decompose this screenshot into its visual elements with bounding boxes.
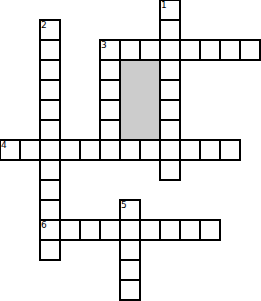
clue-number-5: 5 — [121, 200, 127, 210]
cell-r11c5[interactable] — [99, 219, 121, 241]
cell-r12c6[interactable] — [119, 239, 141, 261]
cell-r2c6[interactable] — [119, 39, 141, 61]
cell-r5c2[interactable] — [39, 99, 61, 121]
cell-r4c8[interactable] — [159, 79, 181, 101]
cell-r7c3[interactable] — [59, 139, 81, 161]
cell-r8c8[interactable] — [159, 159, 181, 181]
cell-r2c11[interactable] — [219, 39, 241, 61]
cell-r7c6[interactable] — [119, 139, 141, 161]
cell-r11c4[interactable] — [79, 219, 101, 241]
cell-r13c6[interactable] — [119, 259, 141, 281]
cell-r2c7[interactable] — [139, 39, 161, 61]
cell-r6c5[interactable] — [99, 119, 121, 141]
cell-r7c9[interactable] — [179, 139, 201, 161]
cell-r3c2[interactable] — [39, 59, 61, 81]
cell-r3c5[interactable] — [99, 59, 121, 81]
cell-r4c2[interactable] — [39, 79, 61, 101]
clue-number-6: 6 — [41, 220, 47, 230]
cell-r10c2[interactable] — [39, 199, 61, 221]
clue-number-2: 2 — [41, 20, 47, 30]
cell-r11c7[interactable] — [139, 219, 161, 241]
cell-r2c12[interactable] — [239, 39, 261, 61]
cell-r7c8[interactable] — [159, 139, 181, 161]
crossword-grid: 123456 — [0, 0, 261, 301]
cell-r2c2[interactable] — [39, 39, 61, 61]
cell-r7c10[interactable] — [199, 139, 221, 161]
cell-r11c9[interactable] — [179, 219, 201, 241]
cell-r14c6[interactable] — [119, 279, 141, 301]
cell-r1c8[interactable] — [159, 19, 181, 41]
cell-r7c4[interactable] — [79, 139, 101, 161]
cell-r11c8[interactable] — [159, 219, 181, 241]
cell-r11c6[interactable] — [119, 219, 141, 241]
cell-r6c2[interactable] — [39, 119, 61, 141]
clue-number-3: 3 — [101, 40, 107, 50]
cell-r7c7[interactable] — [139, 139, 161, 161]
cell-r9c2[interactable] — [39, 179, 61, 201]
clue-number-1: 1 — [161, 0, 167, 10]
shaded-region — [119, 59, 161, 141]
cell-r7c11[interactable] — [219, 139, 241, 161]
cell-r5c5[interactable] — [99, 99, 121, 121]
cell-r12c2[interactable] — [39, 239, 61, 261]
cell-r11c3[interactable] — [59, 219, 81, 241]
cell-r2c8[interactable] — [159, 39, 181, 61]
cell-r11c10[interactable] — [199, 219, 221, 241]
cell-r7c5[interactable] — [99, 139, 121, 161]
cell-r7c2[interactable] — [39, 139, 61, 161]
cell-r2c9[interactable] — [179, 39, 201, 61]
cell-r6c8[interactable] — [159, 119, 181, 141]
clue-number-4: 4 — [1, 140, 7, 150]
cell-r3c8[interactable] — [159, 59, 181, 81]
cell-r8c2[interactable] — [39, 159, 61, 181]
cell-r5c8[interactable] — [159, 99, 181, 121]
cell-r4c5[interactable] — [99, 79, 121, 101]
cell-r2c10[interactable] — [199, 39, 221, 61]
cell-r7c1[interactable] — [19, 139, 41, 161]
